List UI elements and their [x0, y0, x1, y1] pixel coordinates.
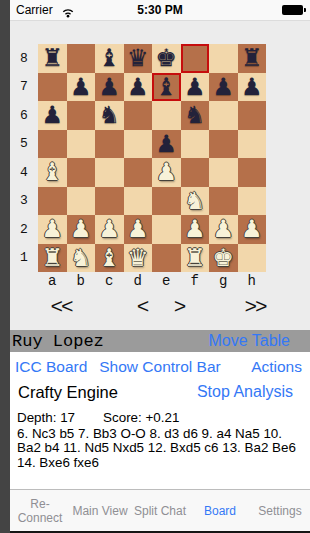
piece-black-pawn: ♟: [181, 73, 210, 102]
opening-name: Ruy Lopez: [12, 332, 104, 351]
status-bar: Carrier 5:30 PM: [10, 0, 310, 21]
square-e3[interactable]: [152, 187, 181, 216]
score-value: Score: +0.21: [103, 410, 179, 425]
square-a7[interactable]: [38, 73, 67, 102]
piece-black-pawn: ♟: [95, 73, 124, 102]
square-e5[interactable]: ♟: [152, 130, 181, 159]
square-a5[interactable]: [38, 130, 67, 159]
engine-row: Crafty Engine Stop Analysis: [10, 379, 310, 407]
square-c4[interactable]: [95, 158, 124, 187]
content-panel: ICC Board Show Control Bar Actions Craft…: [10, 352, 310, 489]
chess-board: ♜♝♛♚♜♟♟♟♝♟♟♟♟♞♞♟♝♟♞♟♟♟♟♟♟♟♜♞♝♛♜♚: [38, 44, 266, 272]
tab-board[interactable]: Board: [190, 504, 250, 518]
rank-label-6: 6: [10, 101, 38, 130]
piece-white-queen: ♛: [124, 244, 153, 273]
square-d4[interactable]: [124, 158, 153, 187]
square-f6[interactable]: ♞: [181, 101, 210, 130]
piece-white-pawn: ♟: [95, 215, 124, 244]
square-e1[interactable]: [152, 244, 181, 273]
title-bar: Ruy Lopez Move Table: [10, 330, 310, 352]
previous-move-button[interactable]: <: [137, 296, 148, 320]
file-label-g: g: [209, 273, 238, 289]
square-f3[interactable]: ♞: [181, 187, 210, 216]
square-b1[interactable]: ♞: [67, 244, 96, 273]
piece-black-rook: ♜: [38, 44, 67, 73]
square-c1[interactable]: ♝: [95, 244, 124, 273]
piece-white-rook: ♜: [38, 244, 67, 273]
engine-analysis: Depth: 17Score: +0.21 6. Nc3 b5 7. Bb3 O…: [17, 411, 309, 470]
piece-white-knight: ♞: [181, 187, 210, 216]
piece-white-pawn: ♟: [152, 158, 181, 187]
square-b2[interactable]: ♟: [67, 215, 96, 244]
rank-label-8: 8: [10, 44, 38, 73]
battery-icon: [282, 5, 303, 15]
square-e8[interactable]: ♚: [152, 44, 181, 73]
square-h6[interactable]: [238, 101, 267, 130]
app-screen: Carrier 5:30 PM 87654321 ♜♝♛♚♜♟♟♟♝♟♟♟♟♞♞…: [10, 0, 310, 533]
rank-label-3: 3: [10, 187, 38, 216]
square-a8[interactable]: ♜: [38, 44, 67, 73]
square-c6[interactable]: ♞: [95, 101, 124, 130]
piece-white-pawn: ♟: [238, 215, 267, 244]
piece-white-pawn: ♟: [209, 215, 238, 244]
piece-white-pawn: ♟: [38, 215, 67, 244]
square-e6[interactable]: [152, 101, 181, 130]
piece-black-pawn: ♟: [209, 73, 238, 102]
square-c7[interactable]: ♟: [95, 73, 124, 102]
piece-white-king: ♚: [209, 244, 238, 273]
square-b7[interactable]: ♟: [67, 73, 96, 102]
piece-white-knight: ♞: [67, 244, 96, 273]
square-h5[interactable]: [238, 130, 267, 159]
square-b4[interactable]: [67, 158, 96, 187]
square-e7[interactable]: ♝: [152, 73, 181, 102]
square-h8[interactable]: ♜: [238, 44, 267, 73]
square-c5[interactable]: [95, 130, 124, 159]
square-b5[interactable]: [67, 130, 96, 159]
rank-label-5: 5: [10, 130, 38, 159]
square-g2[interactable]: ♟: [209, 215, 238, 244]
square-a6[interactable]: ♟: [38, 101, 67, 130]
square-e2[interactable]: [152, 215, 181, 244]
square-e4[interactable]: ♟: [152, 158, 181, 187]
file-labels: abcdefgh: [38, 273, 266, 289]
depth-score-line: Depth: 17Score: +0.21: [17, 411, 309, 426]
piece-black-king: ♚: [152, 44, 181, 73]
rank-label-4: 4: [10, 158, 38, 187]
piece-black-pawn: ♟: [238, 73, 267, 102]
square-g7[interactable]: ♟: [209, 73, 238, 102]
square-f8[interactable]: [181, 44, 210, 73]
square-h1[interactable]: [238, 244, 267, 273]
board-actions-row: ICC Board Show Control Bar Actions: [10, 352, 310, 379]
rank-label-2: 2: [10, 215, 38, 244]
square-d3[interactable]: [124, 187, 153, 216]
piece-black-knight: ♞: [181, 101, 210, 130]
tab-main-view[interactable]: Main View: [70, 504, 130, 518]
rank-label-1: 1: [10, 244, 38, 273]
square-a3[interactable]: [38, 187, 67, 216]
piece-black-pawn: ♟: [152, 130, 181, 159]
piece-white-bishop: ♝: [38, 158, 67, 187]
piece-white-rook: ♜: [181, 244, 210, 273]
file-label-a: a: [38, 273, 67, 289]
bottom-tab-bar: Re-ConnectMain ViewSplit ChatBoardSettin…: [10, 489, 310, 531]
piece-black-pawn: ♟: [38, 101, 67, 130]
square-h2[interactable]: ♟: [238, 215, 267, 244]
rank-labels: 87654321: [10, 44, 38, 272]
square-d1[interactable]: ♛: [124, 244, 153, 273]
actions-button[interactable]: Actions: [251, 358, 302, 376]
next-move-button[interactable]: >: [174, 296, 185, 320]
square-b3[interactable]: [67, 187, 96, 216]
square-h3[interactable]: [238, 187, 267, 216]
square-h4[interactable]: [238, 158, 267, 187]
square-d8[interactable]: ♛: [124, 44, 153, 73]
tab-settings[interactable]: Settings: [250, 504, 310, 518]
square-f5[interactable]: [181, 130, 210, 159]
square-a1[interactable]: ♜: [38, 244, 67, 273]
square-c2[interactable]: ♟: [95, 215, 124, 244]
move-table-button[interactable]: Move Table: [208, 332, 290, 350]
square-c3[interactable]: [95, 187, 124, 216]
depth-value: Depth: 17: [17, 410, 75, 425]
file-label-e: e: [152, 273, 181, 289]
square-d7[interactable]: ♟: [124, 73, 153, 102]
piece-black-rook: ♜: [238, 44, 267, 73]
piece-black-pawn: ♟: [124, 73, 153, 102]
piece-black-knight: ♞: [95, 101, 124, 130]
file-label-f: f: [181, 273, 210, 289]
piece-white-pawn: ♟: [181, 215, 210, 244]
square-d2[interactable]: ♟: [124, 215, 153, 244]
square-c8[interactable]: ♝: [95, 44, 124, 73]
square-a2[interactable]: ♟: [38, 215, 67, 244]
file-label-d: d: [124, 273, 153, 289]
move-navigation: << < > >>: [10, 296, 310, 320]
piece-black-queen: ♛: [124, 44, 153, 73]
first-move-button[interactable]: <<: [50, 296, 71, 320]
clock: 5:30 PM: [10, 3, 310, 17]
square-b8[interactable]: [67, 44, 96, 73]
square-f2[interactable]: ♟: [181, 215, 210, 244]
square-a4[interactable]: ♝: [38, 158, 67, 187]
square-g4[interactable]: [209, 158, 238, 187]
piece-black-bishop: ♝: [95, 44, 124, 73]
piece-white-pawn: ♟: [67, 215, 96, 244]
stop-analysis-button[interactable]: Stop Analysis: [197, 383, 293, 401]
square-g5[interactable]: [209, 130, 238, 159]
engine-line: 6. Nc3 b5 7. Bb3 O-O 8. d3 d6 9. a4 Na5 …: [17, 427, 309, 471]
file-label-h: h: [238, 273, 267, 289]
square-g1[interactable]: ♚: [209, 244, 238, 273]
tab-split-chat[interactable]: Split Chat: [130, 504, 190, 518]
square-f7[interactable]: ♟: [181, 73, 210, 102]
square-h7[interactable]: ♟: [238, 73, 267, 102]
last-move-button[interactable]: >>: [244, 296, 265, 320]
piece-white-pawn: ♟: [124, 215, 153, 244]
square-b6[interactable]: [67, 101, 96, 130]
piece-black-bishop: ♝: [152, 73, 181, 102]
square-g6[interactable]: [209, 101, 238, 130]
piece-black-pawn: ♟: [67, 73, 96, 102]
square-f4[interactable]: [181, 158, 210, 187]
file-label-b: b: [67, 273, 96, 289]
engine-name: Crafty Engine: [18, 383, 118, 402]
square-g8[interactable]: [209, 44, 238, 73]
rank-label-7: 7: [10, 73, 38, 102]
tab-re-connect[interactable]: Re-Connect: [10, 497, 70, 525]
square-d6[interactable]: [124, 101, 153, 130]
square-f1[interactable]: ♜: [181, 244, 210, 273]
piece-white-bishop: ♝: [95, 244, 124, 273]
square-d5[interactable]: [124, 130, 153, 159]
file-label-c: c: [95, 273, 124, 289]
square-g3[interactable]: [209, 187, 238, 216]
